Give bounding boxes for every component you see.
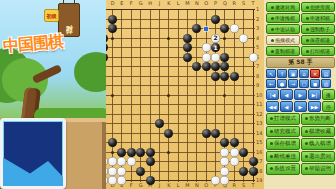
- nav-btn-◀[interactable]: ◀: [280, 101, 293, 112]
- button-icon: [270, 130, 273, 133]
- coord-letter-bottom: L: [174, 183, 182, 188]
- coord-letter-bottom: N: [193, 183, 201, 188]
- button-row: 拖拽模式保存棋谱: [266, 35, 335, 45]
- coord-letter-bottom: S: [240, 183, 248, 188]
- stone-O6: [202, 53, 211, 62]
- coord-letter-top: N: [193, 1, 201, 6]
- button-icon: [306, 6, 309, 9]
- button-icon: [271, 39, 274, 42]
- tool-btn-4[interactable]: ◼: [310, 79, 320, 88]
- stone-Q16: [220, 148, 229, 157]
- btn-保存棋谱[interactable]: 保存棋谱: [301, 35, 335, 45]
- button-row: 申请悔棋申请和棋: [266, 13, 335, 23]
- button-icon: [305, 167, 308, 170]
- tool-btn-1[interactable]: ↑: [277, 69, 287, 78]
- coord-number-right: 11: [256, 102, 264, 107]
- grid-hline: [85, 9, 255, 10]
- stone-N7: [192, 62, 201, 71]
- stone-D18: [108, 167, 117, 176]
- coord-letter-bottom: K: [165, 183, 173, 188]
- grid-hline: [85, 104, 255, 105]
- coord-number-right: 12: [256, 112, 264, 117]
- coord-letter-bottom: F: [127, 183, 135, 188]
- coord-letter-top: K: [165, 1, 173, 6]
- bottom-button-row: 断线重连退出房间: [266, 151, 335, 163]
- stone-Q18: [220, 167, 229, 176]
- button-icon: [271, 6, 274, 9]
- star-point: [167, 151, 170, 154]
- button-icon: [270, 142, 273, 145]
- btn-复制棋谱[interactable]: 复制棋谱: [266, 46, 300, 56]
- button-label: 拒绝旁观: [310, 4, 330, 10]
- button-icon: [305, 142, 308, 145]
- nav-btn-▶▶[interactable]: ▶▶: [308, 101, 321, 112]
- stone-S4: [239, 34, 248, 43]
- button-icon: [306, 17, 309, 20]
- stone-G18: [136, 167, 145, 176]
- tree-foliage: [74, 52, 106, 92]
- btn-帮助说明[interactable]: 帮助说明: [301, 163, 335, 175]
- btn-载入棋谱[interactable]: 载入棋谱: [301, 138, 335, 150]
- coord-letter-bottom: O: [202, 183, 210, 188]
- bottom-button-row: 研究模式棋谱收藏: [266, 126, 335, 138]
- coord-letter-bottom: M: [184, 183, 192, 188]
- stone-M4: [183, 34, 192, 43]
- coord-letter-bottom: T: [249, 183, 257, 188]
- grid-hline: [85, 57, 255, 58]
- grid-vline: [178, 10, 179, 182]
- btn-拒绝旁观[interactable]: 拒绝旁观: [301, 2, 335, 12]
- stone-P7: [211, 62, 220, 71]
- coord-letter-top: M: [184, 1, 192, 6]
- button-icon: [305, 155, 308, 158]
- stone-F17: [127, 157, 136, 166]
- move-mark-O3: [204, 27, 208, 31]
- coord-letter-top: F: [127, 1, 135, 6]
- button-label: 打印棋谱: [310, 48, 330, 54]
- btn-研究模式[interactable]: 研究模式: [266, 126, 300, 138]
- button-label: 帮助说明: [309, 165, 331, 172]
- button-label: 申请和棋: [310, 15, 330, 21]
- stone-O7: [202, 62, 211, 71]
- button-row: 复制棋谱打印棋谱: [266, 46, 335, 56]
- stone-M6: [183, 53, 192, 62]
- button-label: 打谱模式: [274, 115, 296, 122]
- coord-letter-bottom: J: [155, 183, 163, 188]
- button-label: 保存棋谱: [310, 37, 330, 43]
- coord-letter-top: R: [230, 1, 238, 6]
- bottom-button-row: 打谱模式形势判断: [266, 113, 335, 125]
- nav-btn-|◀[interactable]: |◀: [266, 89, 279, 100]
- nav-btn-播[interactable]: 播: [322, 89, 335, 100]
- stone-R15: [230, 138, 239, 147]
- nav-btn-▶[interactable]: ▶: [294, 89, 307, 100]
- stone-H16: [146, 148, 155, 157]
- button-icon: [270, 167, 273, 170]
- button-icon: [305, 130, 308, 133]
- btn-打印棋谱[interactable]: 打印棋谱: [301, 46, 335, 56]
- stone-S16: [239, 148, 248, 157]
- coord-number-right: 15: [256, 140, 264, 145]
- tool-btn-3[interactable]: ▢: [299, 79, 309, 88]
- star-point: [111, 37, 114, 40]
- button-label: 载入棋谱: [309, 140, 331, 147]
- stone-P8: [211, 72, 220, 81]
- stone-T6: [249, 53, 258, 62]
- btn-邀请对局[interactable]: 邀请对局: [266, 2, 300, 12]
- control-panel: 邀请对局拒绝旁观申请悔棋申请和棋中途认输强制数子拖拽模式保存棋谱复制棋谱打印棋谱…: [264, 0, 336, 189]
- coord-letter-top: S: [240, 1, 248, 6]
- tool-btn-1[interactable]: ●: [277, 79, 287, 88]
- stone-R17: [230, 157, 239, 166]
- button-label: 退出房间: [309, 153, 331, 160]
- bottom-button-row: 系统设置帮助说明: [266, 163, 335, 175]
- button-label: 申请悔棋: [275, 15, 295, 21]
- button-label: 拖拽模式: [275, 37, 295, 43]
- tool-btn-3[interactable]: ⌂: [299, 69, 309, 78]
- nav-btn-▶[interactable]: ▶: [294, 101, 307, 112]
- grid-hline: [85, 47, 255, 48]
- nav-btn-▶|[interactable]: ▶|: [308, 89, 321, 100]
- button-icon: [306, 28, 309, 31]
- btn-系统设置[interactable]: 系统设置: [266, 163, 300, 175]
- coord-number-right: 2: [256, 17, 264, 22]
- button-icon: [270, 117, 273, 120]
- star-point: [167, 94, 170, 97]
- stone-O5: [202, 43, 211, 52]
- btn-拖拽模式[interactable]: 拖拽模式: [266, 35, 300, 45]
- app-title: 中国围棋: [2, 31, 64, 57]
- grid-vline: [196, 10, 197, 182]
- button-label: 研究模式: [274, 128, 296, 135]
- go-app-window: AABBCCDDEEFFGGHHJJKKLLMMNNOOPPQQRRSSTT12…: [0, 0, 336, 189]
- btn-保存棋谱[interactable]: 保存棋谱: [266, 138, 300, 150]
- grid-vline: [159, 10, 160, 182]
- stone-H17: [146, 157, 155, 166]
- coord-number-right: 14: [256, 131, 264, 136]
- button-label: 棋谱收藏: [309, 128, 331, 135]
- stone-Q17: [220, 157, 229, 166]
- stone-J13: [155, 119, 164, 128]
- stone-Q7: [220, 62, 229, 71]
- button-row: 中途认输强制数子: [266, 24, 335, 34]
- tool-row: ↖↑▣⌂✕▤: [266, 69, 335, 78]
- btn-棋谱收藏[interactable]: 棋谱收藏: [301, 126, 335, 138]
- btn-形势判断[interactable]: 形势判断: [301, 113, 335, 125]
- tool-btn-0[interactable]: ↖: [266, 69, 276, 78]
- move-counter: 第 58 手: [266, 57, 335, 68]
- button-icon: [271, 50, 274, 53]
- stone-P14: [211, 129, 220, 138]
- star-point: [167, 37, 170, 40]
- info-frame-panel: [0, 118, 66, 189]
- button-label: 邀请对局: [275, 4, 295, 10]
- stone-O14: [202, 129, 211, 138]
- button-label: 形势判断: [309, 115, 331, 122]
- button-label: 复制棋谱: [275, 48, 295, 54]
- coord-number-right: 5: [256, 45, 264, 50]
- wave-graphic: [3, 150, 63, 186]
- button-label: 系统设置: [274, 165, 296, 172]
- stone-E17: [117, 157, 126, 166]
- coord-letter-top: P: [212, 1, 220, 6]
- stone-F16: [127, 148, 136, 157]
- btn-强制数子[interactable]: 强制数子: [301, 24, 335, 34]
- rank-badge: 初级: [44, 9, 59, 22]
- tool-btn-2[interactable]: ▣: [288, 69, 298, 78]
- coord-number-right: 7: [256, 64, 264, 69]
- bottom-button-row: 保存棋谱载入棋谱: [266, 138, 335, 150]
- tool-btn-0[interactable]: ←: [266, 79, 276, 88]
- coord-number-right: 19: [256, 178, 264, 183]
- coord-number-right: 1: [256, 7, 264, 12]
- coord-letter-top: J: [155, 1, 163, 6]
- coord-number-right: 3: [256, 26, 264, 31]
- tool-btn-2[interactable]: →: [288, 79, 298, 88]
- coord-letter-bottom: G: [137, 183, 145, 188]
- coord-letter-top: Q: [221, 1, 229, 6]
- sign-text: 对弈: [64, 19, 74, 21]
- coord-number-right: 10: [256, 93, 264, 98]
- stone-Q15: [220, 138, 229, 147]
- grid-hline: [85, 85, 255, 86]
- grid-hline: [85, 114, 255, 115]
- stone-Q3: [220, 24, 229, 33]
- coord-number-right: 9: [256, 83, 264, 88]
- stone-R8: [230, 72, 239, 81]
- stone-R3: [230, 24, 239, 33]
- stone-Q8: [220, 72, 229, 81]
- stone-E16: [117, 148, 126, 157]
- btn-申请和棋[interactable]: 申请和棋: [301, 13, 335, 23]
- tool-btn-4[interactable]: ✕: [310, 69, 320, 78]
- tool-btn-5[interactable]: ▤: [321, 69, 331, 78]
- coord-letter-top: O: [202, 1, 210, 6]
- grid-vline: [253, 10, 255, 182]
- nav-btn-停[interactable]: 停: [322, 101, 335, 112]
- nav-row: |◀◀▶▶|播: [266, 89, 335, 100]
- button-label: 强制数子: [310, 26, 330, 32]
- button-icon: [305, 117, 308, 120]
- stone-D3: [108, 24, 117, 33]
- nav-btn-◀[interactable]: ◀: [280, 89, 293, 100]
- button-icon: [306, 39, 309, 42]
- stone-K14: [164, 129, 173, 138]
- btn-退出房间[interactable]: 退出房间: [301, 151, 335, 163]
- stone-H19: [146, 176, 155, 185]
- stone-R16: [230, 148, 239, 157]
- btn-申请悔棋[interactable]: 申请悔棋: [266, 13, 300, 23]
- info-frame-inner: [3, 121, 63, 186]
- coord-number-right: 4: [256, 36, 264, 41]
- nav-btn-◀◀[interactable]: ◀◀: [266, 101, 279, 112]
- stone-T18: [249, 167, 258, 176]
- grid-vline: [206, 10, 207, 182]
- coord-letter-top: L: [174, 1, 182, 6]
- button-label: 保存棋谱: [274, 140, 296, 147]
- tool-row: ←●→▢◼▥: [266, 79, 335, 88]
- stone-D17: [108, 157, 117, 166]
- button-row: 邀请对局拒绝旁观: [266, 2, 335, 12]
- stone-E18: [117, 167, 126, 176]
- stone-N3: [192, 24, 201, 33]
- coord-letter-bottom: R: [230, 183, 238, 188]
- coord-number-right: 8: [256, 74, 264, 79]
- stone-P6: [211, 53, 220, 62]
- stone-D15: [108, 138, 117, 147]
- btn-断线重连[interactable]: 断线重连: [266, 151, 300, 163]
- nav-row: ◀◀◀▶▶▶停: [266, 101, 335, 112]
- button-icon: [270, 155, 273, 158]
- coord-number-right: 13: [256, 121, 264, 126]
- button-icon: [271, 28, 274, 31]
- stone-P5: 1: [211, 43, 220, 52]
- stone-M5: [183, 43, 192, 52]
- coord-letter-top: G: [137, 1, 145, 6]
- btn-中途认输[interactable]: 中途认输: [266, 24, 300, 34]
- stone-P4: 2: [211, 34, 220, 43]
- coord-letter-top: E: [118, 1, 126, 6]
- stone-T17: [249, 157, 258, 166]
- stone-G16: [136, 148, 145, 157]
- stone-S18: [239, 167, 248, 176]
- grid-hline: [85, 123, 255, 124]
- coord-number-right: 16: [256, 150, 264, 155]
- decorative-scene-panel: 对弈 初级 中国围棋: [0, 0, 106, 189]
- coord-letter-top: H: [146, 1, 154, 6]
- button-icon: [306, 50, 309, 53]
- button-label: 中途认输: [275, 26, 295, 32]
- stone-D2: [108, 15, 117, 24]
- stone-Q6: [220, 53, 229, 62]
- button-label: 断线重连: [274, 153, 296, 160]
- star-point: [111, 151, 114, 154]
- star-point: [111, 94, 114, 97]
- stone-P2: [211, 15, 220, 24]
- btn-打谱模式[interactable]: 打谱模式: [266, 113, 300, 125]
- grid-hline: [85, 66, 255, 67]
- coord-letter-top: D: [109, 1, 117, 6]
- tool-btn-5[interactable]: ▥: [321, 79, 331, 88]
- button-icon: [271, 17, 274, 20]
